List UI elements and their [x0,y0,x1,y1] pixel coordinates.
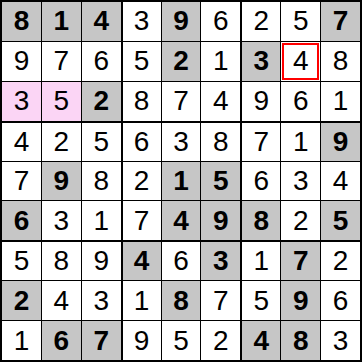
cell-r1c9[interactable]: 7 [321,2,360,41]
cell-r1c2[interactable]: 1 [42,2,81,41]
cell-r3c3[interactable]: 2 [82,82,121,121]
cell-r2c6[interactable]: 1 [201,42,240,81]
cell-r7c2[interactable]: 8 [42,241,81,280]
cell-r6c5[interactable]: 4 [162,201,201,240]
cell-r7c5[interactable]: 6 [162,241,201,280]
cell-r4c8[interactable]: 1 [281,122,320,161]
cell-r9c4[interactable]: 9 [122,321,161,360]
cell-r2c3[interactable]: 6 [82,42,121,81]
cell-r3c1[interactable]: 3 [2,82,41,121]
cell-r9c1[interactable]: 1 [2,321,41,360]
cell-r2c9[interactable]: 8 [321,42,360,81]
cell-r7c8[interactable]: 7 [281,241,320,280]
cell-r3c7[interactable]: 9 [241,82,280,121]
cell-r3c8[interactable]: 6 [281,82,320,121]
cell-r7c4[interactable]: 4 [122,241,161,280]
cell-r6c7[interactable]: 8 [241,201,280,240]
cell-r4c9[interactable]: 9 [321,122,360,161]
cell-r6c8[interactable]: 2 [281,201,320,240]
cell-r1c1[interactable]: 8 [2,2,41,41]
cell-r4c5[interactable]: 3 [162,122,201,161]
cell-r5c4[interactable]: 2 [122,162,161,201]
cell-r6c3[interactable]: 1 [82,201,121,240]
cell-r5c3[interactable]: 8 [82,162,121,201]
cell-r9c8[interactable]: 8 [281,321,320,360]
cell-r7c9[interactable]: 2 [321,241,360,280]
cell-r8c3[interactable]: 3 [82,281,121,320]
cell-r2c8[interactable]: 4 [281,42,320,81]
cell-r4c2[interactable]: 2 [42,122,81,161]
cell-r9c2[interactable]: 6 [42,321,81,360]
cell-r4c7[interactable]: 7 [241,122,280,161]
cell-r7c7[interactable]: 1 [241,241,280,280]
cell-r8c9[interactable]: 6 [321,281,360,320]
cell-r6c4[interactable]: 7 [122,201,161,240]
cell-r6c1[interactable]: 6 [2,201,41,240]
cell-r1c7[interactable]: 2 [241,2,280,41]
cell-r8c7[interactable]: 5 [241,281,280,320]
cell-r6c2[interactable]: 3 [42,201,81,240]
cell-r4c3[interactable]: 5 [82,122,121,161]
cell-r4c1[interactable]: 4 [2,122,41,161]
sudoku-board: 8143962579765213483528749614256387197982… [0,0,362,362]
cell-r7c3[interactable]: 9 [82,241,121,280]
cell-r5c2[interactable]: 9 [42,162,81,201]
cell-r1c4[interactable]: 3 [122,2,161,41]
cell-r1c8[interactable]: 5 [281,2,320,41]
cell-r3c9[interactable]: 1 [321,82,360,121]
cell-r8c4[interactable]: 1 [122,281,161,320]
cell-r5c7[interactable]: 6 [241,162,280,201]
cell-r2c1[interactable]: 9 [2,42,41,81]
cell-r3c5[interactable]: 7 [162,82,201,121]
cell-r5c5[interactable]: 1 [162,162,201,201]
cell-r2c2[interactable]: 7 [42,42,81,81]
cell-r8c8[interactable]: 9 [281,281,320,320]
cell-r5c8[interactable]: 3 [281,162,320,201]
cell-r3c6[interactable]: 4 [201,82,240,121]
cell-r5c1[interactable]: 7 [2,162,41,201]
cell-r8c2[interactable]: 4 [42,281,81,320]
cell-r8c1[interactable]: 2 [2,281,41,320]
cell-r7c1[interactable]: 5 [2,241,41,280]
cell-r1c5[interactable]: 9 [162,2,201,41]
cell-r9c3[interactable]: 7 [82,321,121,360]
cell-r8c6[interactable]: 7 [201,281,240,320]
cell-r5c9[interactable]: 4 [321,162,360,201]
cell-r1c3[interactable]: 4 [82,2,121,41]
cell-r9c7[interactable]: 4 [241,321,280,360]
cell-r7c6[interactable]: 3 [201,241,240,280]
cell-r9c5[interactable]: 5 [162,321,201,360]
cell-r2c7[interactable]: 3 [241,42,280,81]
cell-r8c5[interactable]: 8 [162,281,201,320]
cell-r6c6[interactable]: 9 [201,201,240,240]
cell-r4c6[interactable]: 8 [201,122,240,161]
cell-r5c6[interactable]: 5 [201,162,240,201]
cell-r9c9[interactable]: 3 [321,321,360,360]
cell-r1c6[interactable]: 6 [201,2,240,41]
cell-r2c5[interactable]: 2 [162,42,201,81]
cell-r3c4[interactable]: 8 [122,82,161,121]
cell-r3c2[interactable]: 5 [42,82,81,121]
cell-r2c4[interactable]: 5 [122,42,161,81]
cell-r9c6[interactable]: 2 [201,321,240,360]
cell-r4c4[interactable]: 6 [122,122,161,161]
cell-r6c9[interactable]: 5 [321,201,360,240]
